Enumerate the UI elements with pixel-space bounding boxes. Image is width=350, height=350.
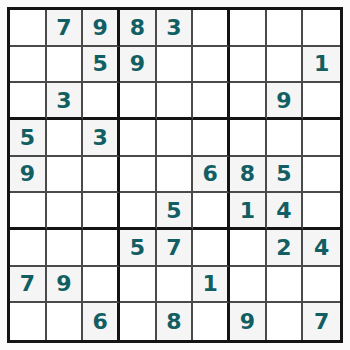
cell-r7c9[interactable]: 4 bbox=[303, 230, 340, 267]
cell-r2c9[interactable]: 1 bbox=[303, 47, 340, 84]
cell-r8c5[interactable] bbox=[157, 267, 194, 304]
cell-r8c2[interactable]: 9 bbox=[47, 267, 84, 304]
cell-r3c4[interactable] bbox=[120, 83, 157, 120]
cell-r2c7[interactable] bbox=[230, 47, 267, 84]
cell-r3c5[interactable] bbox=[157, 83, 194, 120]
cell-r3c1[interactable] bbox=[10, 83, 47, 120]
cell-r2c3[interactable]: 5 bbox=[83, 47, 120, 84]
cell-r2c4[interactable]: 9 bbox=[120, 47, 157, 84]
cell-r5c1[interactable]: 9 bbox=[10, 157, 47, 194]
cell-r8c3[interactable] bbox=[83, 267, 120, 304]
cell-r6c3[interactable] bbox=[83, 193, 120, 230]
cell-r9c8[interactable] bbox=[267, 303, 304, 340]
cell-r9c7[interactable]: 9 bbox=[230, 303, 267, 340]
cell-r2c1[interactable] bbox=[10, 47, 47, 84]
cell-r5c6[interactable]: 6 bbox=[193, 157, 230, 194]
cell-r1c4[interactable]: 8 bbox=[120, 10, 157, 47]
cell-r6c7[interactable]: 1 bbox=[230, 193, 267, 230]
cell-r7c8[interactable]: 2 bbox=[267, 230, 304, 267]
cell-r7c3[interactable] bbox=[83, 230, 120, 267]
cell-r3c9[interactable] bbox=[303, 83, 340, 120]
cell-r1c8[interactable] bbox=[267, 10, 304, 47]
cell-r1c1[interactable] bbox=[10, 10, 47, 47]
cell-r1c5[interactable]: 3 bbox=[157, 10, 194, 47]
cell-r5c2[interactable] bbox=[47, 157, 84, 194]
cell-r4c3[interactable]: 3 bbox=[83, 120, 120, 157]
cell-r4c7[interactable] bbox=[230, 120, 267, 157]
cell-r7c5[interactable]: 7 bbox=[157, 230, 194, 267]
cell-r5c8[interactable]: 5 bbox=[267, 157, 304, 194]
cell-r6c4[interactable] bbox=[120, 193, 157, 230]
cell-r9c3[interactable]: 6 bbox=[83, 303, 120, 340]
cell-r8c6[interactable]: 1 bbox=[193, 267, 230, 304]
cell-r6c9[interactable] bbox=[303, 193, 340, 230]
cell-r1c3[interactable]: 9 bbox=[83, 10, 120, 47]
cell-r9c5[interactable]: 8 bbox=[157, 303, 194, 340]
cell-r6c5[interactable]: 5 bbox=[157, 193, 194, 230]
sudoku-board: 79835913953968551457247916897 bbox=[7, 7, 343, 343]
cell-r1c2[interactable]: 7 bbox=[47, 10, 84, 47]
cell-r9c9[interactable]: 7 bbox=[303, 303, 340, 340]
cell-r8c1[interactable]: 7 bbox=[10, 267, 47, 304]
cell-r4c8[interactable] bbox=[267, 120, 304, 157]
cell-r7c1[interactable] bbox=[10, 230, 47, 267]
cell-r5c3[interactable] bbox=[83, 157, 120, 194]
cell-r6c8[interactable]: 4 bbox=[267, 193, 304, 230]
cell-r7c7[interactable] bbox=[230, 230, 267, 267]
cell-r4c9[interactable] bbox=[303, 120, 340, 157]
cell-r3c8[interactable]: 9 bbox=[267, 83, 304, 120]
cell-r2c6[interactable] bbox=[193, 47, 230, 84]
cell-r4c4[interactable] bbox=[120, 120, 157, 157]
cell-r2c8[interactable] bbox=[267, 47, 304, 84]
cell-r7c2[interactable] bbox=[47, 230, 84, 267]
cell-r3c6[interactable] bbox=[193, 83, 230, 120]
cell-r4c6[interactable] bbox=[193, 120, 230, 157]
cell-r6c6[interactable] bbox=[193, 193, 230, 230]
cell-r9c4[interactable] bbox=[120, 303, 157, 340]
cell-r8c8[interactable] bbox=[267, 267, 304, 304]
cell-r1c6[interactable] bbox=[193, 10, 230, 47]
cell-r4c2[interactable] bbox=[47, 120, 84, 157]
cell-r8c9[interactable] bbox=[303, 267, 340, 304]
sudoku-page: 79835913953968551457247916897 bbox=[0, 0, 350, 343]
cell-r5c5[interactable] bbox=[157, 157, 194, 194]
cell-r9c2[interactable] bbox=[47, 303, 84, 340]
cell-r2c5[interactable] bbox=[157, 47, 194, 84]
cell-r4c1[interactable]: 5 bbox=[10, 120, 47, 157]
cell-r8c4[interactable] bbox=[120, 267, 157, 304]
cell-r3c7[interactable] bbox=[230, 83, 267, 120]
cell-r9c1[interactable] bbox=[10, 303, 47, 340]
cell-r4c5[interactable] bbox=[157, 120, 194, 157]
cell-r7c6[interactable] bbox=[193, 230, 230, 267]
cell-r3c2[interactable]: 3 bbox=[47, 83, 84, 120]
cell-r1c7[interactable] bbox=[230, 10, 267, 47]
cell-r8c7[interactable] bbox=[230, 267, 267, 304]
cell-r7c4[interactable]: 5 bbox=[120, 230, 157, 267]
cell-r5c9[interactable] bbox=[303, 157, 340, 194]
cell-r6c2[interactable] bbox=[47, 193, 84, 230]
cell-r3c3[interactable] bbox=[83, 83, 120, 120]
cell-r5c7[interactable]: 8 bbox=[230, 157, 267, 194]
cell-r6c1[interactable] bbox=[10, 193, 47, 230]
cell-r9c6[interactable] bbox=[193, 303, 230, 340]
cell-r2c2[interactable] bbox=[47, 47, 84, 84]
cell-r5c4[interactable] bbox=[120, 157, 157, 194]
cell-r1c9[interactable] bbox=[303, 10, 340, 47]
